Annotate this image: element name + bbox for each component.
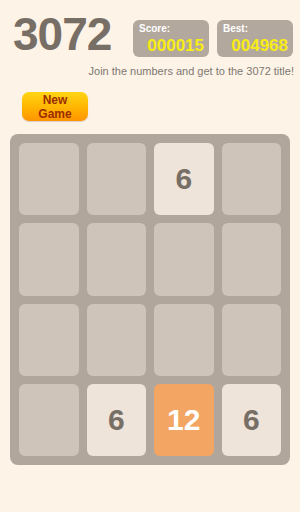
- new-game-button[interactable]: New Game: [22, 92, 88, 121]
- best-label: Best:: [223, 23, 288, 34]
- best-score-box: Best: 004968: [217, 20, 293, 57]
- cell-empty: [87, 223, 147, 295]
- tile-6: 6: [222, 384, 282, 456]
- best-value: 004968: [223, 37, 288, 54]
- score-label: Score:: [139, 23, 204, 34]
- tile-6: 6: [154, 143, 214, 215]
- cell-empty: [19, 143, 79, 215]
- cell-empty: [19, 384, 79, 456]
- cell-empty: [154, 223, 214, 295]
- tile-6: 6: [87, 384, 147, 456]
- page-title: 3072: [13, 10, 111, 58]
- score-box: Score: 000015: [133, 20, 209, 57]
- cell-empty: [19, 304, 79, 376]
- cell-empty: [222, 143, 282, 215]
- cell-empty: [87, 143, 147, 215]
- cell-empty: [222, 304, 282, 376]
- cell-empty: [154, 304, 214, 376]
- board[interactable]: 66126: [10, 134, 290, 465]
- game-subtitle: Join the numbers and get to the 3072 tit…: [0, 65, 294, 77]
- cell-empty: [19, 223, 79, 295]
- tile-12: 12: [154, 384, 214, 456]
- cell-empty: [87, 304, 147, 376]
- score-value: 000015: [139, 37, 204, 54]
- cell-empty: [222, 223, 282, 295]
